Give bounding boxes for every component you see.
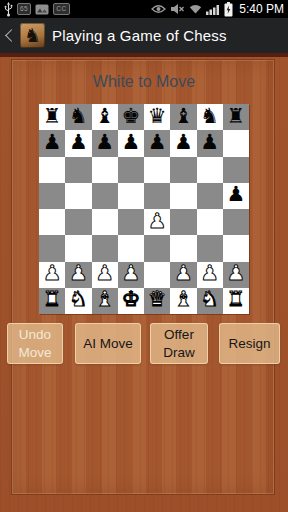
title-divider — [0, 53, 288, 57]
square[interactable]: ♝ — [92, 288, 118, 314]
square[interactable]: ♛ — [144, 104, 170, 130]
white-rook-piece: ♜ — [43, 289, 62, 310]
ai-move-button[interactable]: AI Move — [75, 323, 141, 364]
black-knight-piece: ♞ — [69, 106, 88, 127]
black-pawn-piece: ♟ — [43, 132, 62, 153]
square[interactable]: ♜ — [223, 288, 249, 314]
square[interactable]: ♚ — [118, 104, 144, 130]
square[interactable]: ♟ — [170, 262, 196, 288]
square[interactable] — [144, 262, 170, 288]
white-pawn-piece: ♟ — [174, 263, 193, 284]
black-bishop-piece: ♝ — [174, 106, 193, 127]
square[interactable] — [170, 157, 196, 183]
square[interactable]: ♞ — [65, 104, 91, 130]
page-title: Playing a Game of Chess — [52, 27, 227, 44]
square[interactable]: ♝ — [92, 104, 118, 130]
square[interactable] — [39, 157, 65, 183]
square[interactable] — [197, 235, 223, 261]
black-knight-piece: ♞ — [200, 106, 219, 127]
square[interactable] — [223, 157, 249, 183]
square[interactable]: ♟ — [197, 262, 223, 288]
knight-icon: ♞ — [24, 26, 41, 45]
square[interactable] — [92, 209, 118, 235]
square[interactable] — [65, 157, 91, 183]
square[interactable]: ♟ — [118, 130, 144, 156]
black-pawn-piece: ♟ — [69, 132, 88, 153]
white-knight-piece: ♞ — [69, 289, 88, 310]
white-pawn-piece: ♟ — [121, 263, 140, 284]
square[interactable]: ♟ — [170, 130, 196, 156]
square[interactable]: ♟ — [92, 130, 118, 156]
square[interactable] — [65, 209, 91, 235]
status-bar: 65 CC — [0, 0, 288, 18]
square[interactable]: ♜ — [39, 288, 65, 314]
square[interactable]: ♟ — [223, 183, 249, 209]
square[interactable] — [92, 235, 118, 261]
square[interactable] — [144, 157, 170, 183]
square[interactable] — [223, 235, 249, 261]
square[interactable]: ♟ — [118, 262, 144, 288]
black-rook-piece: ♜ — [226, 106, 245, 127]
battery-badge-icon: 65 — [17, 3, 31, 15]
square[interactable] — [197, 183, 223, 209]
white-knight-piece: ♞ — [200, 289, 219, 310]
mute-icon — [170, 3, 185, 15]
chess-board: ♜♞♝♚♛♝♞♜♟♟♟♟♟♟♟♟♟♟♟♟♟♟♟♟♜♞♝♚♛♝♞♜ — [39, 104, 249, 314]
square[interactable]: ♝ — [170, 288, 196, 314]
undo-move-button[interactable]: Undo Move — [7, 323, 63, 364]
white-bishop-piece: ♝ — [95, 289, 114, 310]
white-pawn-piece: ♟ — [95, 263, 114, 284]
usb-icon — [4, 2, 13, 17]
black-queen-piece: ♛ — [148, 106, 167, 127]
square[interactable] — [144, 235, 170, 261]
black-king-piece: ♚ — [121, 106, 140, 127]
white-pawn-piece: ♟ — [148, 211, 167, 232]
screen: 65 CC — [0, 0, 288, 512]
title-bar: ♞ Playing a Game of Chess — [0, 18, 288, 53]
square[interactable] — [39, 209, 65, 235]
square[interactable] — [223, 130, 249, 156]
square[interactable] — [197, 209, 223, 235]
square[interactable]: ♞ — [197, 288, 223, 314]
square[interactable]: ♞ — [65, 288, 91, 314]
square[interactable] — [118, 235, 144, 261]
square[interactable]: ♚ — [118, 288, 144, 314]
image-badge-icon — [35, 4, 49, 15]
black-bishop-piece: ♝ — [95, 106, 114, 127]
black-rook-piece: ♜ — [43, 106, 62, 127]
square[interactable]: ♟ — [65, 262, 91, 288]
square[interactable] — [118, 157, 144, 183]
black-pawn-piece: ♟ — [200, 132, 219, 153]
eye-icon — [151, 4, 166, 14]
square[interactable] — [197, 157, 223, 183]
square[interactable] — [92, 183, 118, 209]
square[interactable]: ♞ — [197, 104, 223, 130]
square[interactable] — [223, 209, 249, 235]
black-pawn-piece: ♟ — [121, 132, 140, 153]
white-pawn-piece: ♟ — [43, 263, 62, 284]
square[interactable] — [65, 183, 91, 209]
back-chevron-icon[interactable] — [5, 29, 18, 42]
black-pawn-piece: ♟ — [174, 132, 193, 153]
square[interactable] — [170, 235, 196, 261]
square[interactable]: ♛ — [144, 288, 170, 314]
square[interactable] — [39, 183, 65, 209]
square[interactable]: ♟ — [39, 262, 65, 288]
square[interactable]: ♟ — [197, 130, 223, 156]
white-rook-piece: ♜ — [226, 289, 245, 310]
white-pawn-piece: ♟ — [226, 263, 245, 284]
square[interactable]: ♟ — [223, 262, 249, 288]
offer-draw-button[interactable]: Offer Draw — [150, 323, 208, 364]
black-pawn-piece: ♟ — [148, 132, 167, 153]
square[interactable] — [118, 209, 144, 235]
black-pawn-piece: ♟ — [226, 184, 245, 205]
square[interactable] — [65, 235, 91, 261]
square[interactable]: ♟ — [92, 262, 118, 288]
square[interactable] — [39, 235, 65, 261]
square[interactable]: ♜ — [39, 104, 65, 130]
wifi-icon — [189, 4, 202, 14]
signal-icon — [206, 4, 220, 15]
cc-badge-icon: CC — [53, 3, 69, 15]
status-right-group: 5:40 PM — [151, 0, 284, 18]
clock-text: 5:40 PM — [239, 0, 284, 18]
black-pawn-piece: ♟ — [95, 132, 114, 153]
square[interactable]: ♜ — [223, 104, 249, 130]
turn-indicator: White to Move — [0, 73, 288, 91]
app-knight-icon[interactable]: ♞ — [20, 23, 45, 48]
square[interactable] — [170, 183, 196, 209]
square[interactable]: ♟ — [65, 130, 91, 156]
white-pawn-piece: ♟ — [69, 263, 88, 284]
square[interactable] — [92, 157, 118, 183]
square[interactable]: ♝ — [170, 104, 196, 130]
white-bishop-piece: ♝ — [174, 289, 193, 310]
resign-button[interactable]: Resign — [219, 323, 280, 364]
square[interactable]: ♟ — [39, 130, 65, 156]
white-pawn-piece: ♟ — [200, 263, 219, 284]
white-queen-piece: ♛ — [148, 289, 167, 310]
square[interactable] — [170, 209, 196, 235]
battery-charging-icon — [224, 2, 233, 17]
square[interactable] — [118, 183, 144, 209]
square[interactable]: ♟ — [144, 209, 170, 235]
square[interactable]: ♟ — [144, 130, 170, 156]
white-king-piece: ♚ — [121, 289, 140, 310]
square[interactable] — [144, 183, 170, 209]
